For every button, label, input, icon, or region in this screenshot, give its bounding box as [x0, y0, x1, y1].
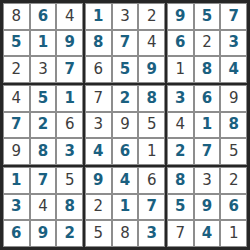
- box-3: 957623184: [166, 2, 248, 84]
- box-5: 728395461: [84, 84, 166, 166]
- cell-r9c4[interactable]: 5: [85, 220, 112, 247]
- cell-r3c2[interactable]: 3: [30, 56, 57, 83]
- cell-r6c7[interactable]: 2: [167, 138, 194, 165]
- cell-r1c8[interactable]: 5: [194, 3, 221, 30]
- cell-r8c9[interactable]: 6: [220, 194, 247, 221]
- cell-r7c1[interactable]: 1: [3, 167, 30, 194]
- sudoku-board: 8645192371328746599576231844517269837283…: [0, 0, 250, 250]
- cell-r9c5[interactable]: 8: [112, 220, 139, 247]
- cell-r8c3[interactable]: 8: [56, 194, 83, 221]
- cell-r8c7[interactable]: 5: [167, 194, 194, 221]
- cell-r1c4[interactable]: 1: [85, 3, 112, 30]
- cell-r2c4[interactable]: 8: [85, 30, 112, 57]
- cell-r5c4[interactable]: 3: [85, 112, 112, 139]
- cell-r2c5[interactable]: 7: [112, 30, 139, 57]
- cell-r5c3[interactable]: 6: [56, 112, 83, 139]
- cell-r4c9[interactable]: 9: [220, 85, 247, 112]
- cell-r7c6[interactable]: 6: [138, 167, 165, 194]
- cell-r9c8[interactable]: 4: [194, 220, 221, 247]
- box-2: 132874659: [84, 2, 166, 84]
- cell-r5c1[interactable]: 7: [3, 112, 30, 139]
- cell-r1c9[interactable]: 7: [220, 3, 247, 30]
- cell-r6c4[interactable]: 4: [85, 138, 112, 165]
- cell-r4c2[interactable]: 5: [30, 85, 57, 112]
- cell-r6c8[interactable]: 7: [194, 138, 221, 165]
- cell-r2c7[interactable]: 6: [167, 30, 194, 57]
- cell-r8c8[interactable]: 9: [194, 194, 221, 221]
- box-8: 946217583: [84, 166, 166, 248]
- cell-r5c6[interactable]: 5: [138, 112, 165, 139]
- cell-r7c7[interactable]: 8: [167, 167, 194, 194]
- cell-r6c9[interactable]: 5: [220, 138, 247, 165]
- cell-r6c3[interactable]: 3: [56, 138, 83, 165]
- cell-r2c1[interactable]: 5: [3, 30, 30, 57]
- cell-r5c8[interactable]: 1: [194, 112, 221, 139]
- cell-r2c9[interactable]: 3: [220, 30, 247, 57]
- cell-r4c6[interactable]: 8: [138, 85, 165, 112]
- cell-r6c6[interactable]: 1: [138, 138, 165, 165]
- cell-r7c5[interactable]: 4: [112, 167, 139, 194]
- cell-r1c3[interactable]: 4: [56, 3, 83, 30]
- box-1: 864519237: [2, 2, 84, 84]
- cell-r5c7[interactable]: 4: [167, 112, 194, 139]
- cell-r3c5[interactable]: 5: [112, 56, 139, 83]
- cell-r9c7[interactable]: 7: [167, 220, 194, 247]
- cell-r4c4[interactable]: 7: [85, 85, 112, 112]
- cell-r8c4[interactable]: 2: [85, 194, 112, 221]
- cell-r6c5[interactable]: 6: [112, 138, 139, 165]
- cell-r8c5[interactable]: 1: [112, 194, 139, 221]
- cell-r4c7[interactable]: 3: [167, 85, 194, 112]
- cell-r9c1[interactable]: 6: [3, 220, 30, 247]
- cell-r2c8[interactable]: 2: [194, 30, 221, 57]
- cell-r4c8[interactable]: 6: [194, 85, 221, 112]
- cell-r7c8[interactable]: 3: [194, 167, 221, 194]
- cell-r3c1[interactable]: 2: [3, 56, 30, 83]
- cell-r3c3[interactable]: 7: [56, 56, 83, 83]
- cell-r8c1[interactable]: 3: [3, 194, 30, 221]
- cell-r8c6[interactable]: 7: [138, 194, 165, 221]
- box-6: 369418275: [166, 84, 248, 166]
- cell-r9c6[interactable]: 3: [138, 220, 165, 247]
- cell-r9c2[interactable]: 9: [30, 220, 57, 247]
- cell-r9c9[interactable]: 1: [220, 220, 247, 247]
- cell-r1c6[interactable]: 2: [138, 3, 165, 30]
- cell-r3c8[interactable]: 8: [194, 56, 221, 83]
- cell-r1c7[interactable]: 9: [167, 3, 194, 30]
- cell-r8c2[interactable]: 4: [30, 194, 57, 221]
- cell-r2c2[interactable]: 1: [30, 30, 57, 57]
- box-7: 175348692: [2, 166, 84, 248]
- cell-r3c4[interactable]: 6: [85, 56, 112, 83]
- cell-r7c3[interactable]: 5: [56, 167, 83, 194]
- cell-r7c4[interactable]: 9: [85, 167, 112, 194]
- cell-r9c3[interactable]: 2: [56, 220, 83, 247]
- cell-r2c6[interactable]: 4: [138, 30, 165, 57]
- cell-r6c1[interactable]: 9: [3, 138, 30, 165]
- cell-r3c9[interactable]: 4: [220, 56, 247, 83]
- box-4: 451726983: [2, 84, 84, 166]
- cell-r1c2[interactable]: 6: [30, 3, 57, 30]
- cell-r2c3[interactable]: 9: [56, 30, 83, 57]
- cell-r1c1[interactable]: 8: [3, 3, 30, 30]
- cell-r5c9[interactable]: 8: [220, 112, 247, 139]
- box-9: 832596741: [166, 166, 248, 248]
- cell-r1c5[interactable]: 3: [112, 3, 139, 30]
- cell-r3c6[interactable]: 9: [138, 56, 165, 83]
- cell-r6c2[interactable]: 8: [30, 138, 57, 165]
- cell-r7c2[interactable]: 7: [30, 167, 57, 194]
- cell-r4c1[interactable]: 4: [3, 85, 30, 112]
- cell-r4c3[interactable]: 1: [56, 85, 83, 112]
- cell-r7c9[interactable]: 2: [220, 167, 247, 194]
- cell-r5c2[interactable]: 2: [30, 112, 57, 139]
- cell-r3c7[interactable]: 1: [167, 56, 194, 83]
- cell-r4c5[interactable]: 2: [112, 85, 139, 112]
- cell-r5c5[interactable]: 9: [112, 112, 139, 139]
